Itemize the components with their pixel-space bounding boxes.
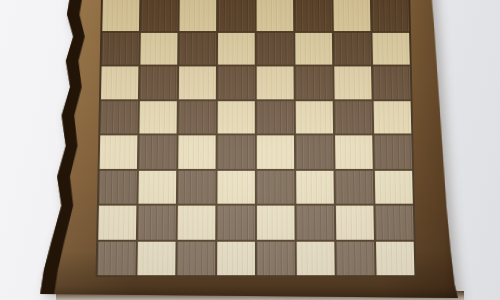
square-f5 xyxy=(296,101,333,134)
square-a8 xyxy=(102,0,139,31)
square-a2 xyxy=(98,206,136,240)
square-c4 xyxy=(178,135,215,168)
square-d6 xyxy=(218,66,255,98)
square-c1 xyxy=(177,241,215,275)
square-a3 xyxy=(99,170,137,203)
square-g5 xyxy=(335,101,373,134)
square-d4 xyxy=(218,135,255,168)
square-g8 xyxy=(333,0,370,31)
square-c7 xyxy=(179,32,216,64)
square-b6 xyxy=(140,66,177,98)
square-b1 xyxy=(137,241,175,275)
square-b3 xyxy=(138,170,176,203)
square-c3 xyxy=(178,170,216,203)
square-h5 xyxy=(374,101,412,134)
square-h7 xyxy=(372,32,409,64)
square-a1 xyxy=(98,241,136,275)
square-f3 xyxy=(296,170,334,203)
square-f2 xyxy=(296,206,334,240)
square-h4 xyxy=(374,135,412,168)
square-g7 xyxy=(334,32,371,64)
square-g4 xyxy=(335,135,373,168)
square-e7 xyxy=(257,32,294,64)
square-d1 xyxy=(217,241,255,275)
square-a7 xyxy=(102,32,139,64)
photo-background xyxy=(0,0,500,300)
square-e4 xyxy=(257,135,294,168)
board-grid xyxy=(95,0,416,277)
square-d2 xyxy=(217,206,255,240)
square-e8 xyxy=(257,0,294,31)
square-e1 xyxy=(257,241,295,275)
square-g1 xyxy=(336,241,374,275)
square-h6 xyxy=(373,66,411,98)
square-b5 xyxy=(139,101,176,134)
square-e3 xyxy=(257,170,295,203)
square-a4 xyxy=(100,135,138,168)
square-c5 xyxy=(179,101,216,134)
square-g6 xyxy=(334,66,371,98)
square-b2 xyxy=(138,206,176,240)
square-f6 xyxy=(295,66,332,98)
square-b4 xyxy=(139,135,177,168)
square-h8 xyxy=(372,0,409,31)
square-d8 xyxy=(218,0,255,31)
square-e6 xyxy=(257,66,294,98)
square-h2 xyxy=(375,206,413,240)
square-b7 xyxy=(140,32,177,64)
square-a5 xyxy=(100,101,138,134)
square-h1 xyxy=(376,241,414,275)
square-f1 xyxy=(297,241,335,275)
square-c8 xyxy=(179,0,216,31)
square-c6 xyxy=(179,66,216,98)
square-e2 xyxy=(257,206,295,240)
chessboard xyxy=(30,0,462,300)
square-a6 xyxy=(101,66,138,98)
square-g3 xyxy=(335,170,373,203)
square-e5 xyxy=(257,101,294,134)
square-f4 xyxy=(296,135,334,168)
square-d7 xyxy=(218,32,255,64)
square-d3 xyxy=(217,170,255,203)
square-f8 xyxy=(295,0,332,31)
square-f7 xyxy=(295,32,332,64)
square-b8 xyxy=(141,0,178,31)
square-g2 xyxy=(336,206,374,240)
square-d5 xyxy=(218,101,255,134)
square-h3 xyxy=(375,170,413,203)
square-c2 xyxy=(178,206,216,240)
